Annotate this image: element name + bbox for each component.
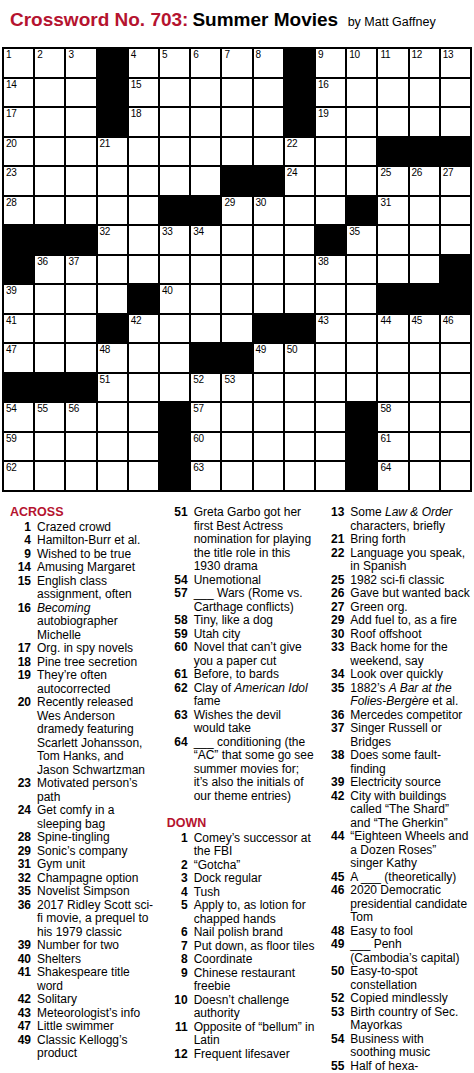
grid-cell-r13c14[interactable] [410, 403, 439, 431]
cell-number: 15 [131, 79, 142, 90]
grid-cell-r9c8[interactable] [222, 285, 251, 313]
grid-cell-r1c11[interactable]: 9 [316, 49, 345, 77]
clue-down-36: 36Mercedes competitor [323, 709, 472, 723]
grid-cell-r8c13[interactable] [378, 256, 407, 284]
clue-across-47: 47Little swimmer [10, 1020, 159, 1034]
grid-cell-r11c11[interactable] [316, 344, 345, 372]
grid-cell-r6c9[interactable]: 30 [254, 197, 283, 225]
grid-cell-r2c9[interactable] [254, 79, 283, 107]
grid-cell-r8c9[interactable] [254, 256, 283, 284]
clue-number: 9 [10, 548, 31, 562]
grid-cell-r8c5[interactable] [129, 256, 158, 284]
grid-cell-r9c7[interactable] [191, 285, 220, 313]
grid-cell-r2c1[interactable]: 14 [4, 79, 33, 107]
grid-cell-r4c11[interactable] [316, 138, 345, 166]
grid-cell-r2c5[interactable]: 15 [129, 79, 158, 107]
grid-cell-r10c7[interactable] [191, 315, 220, 343]
clue-number: 64 [167, 736, 188, 750]
grid-cell-r13c2[interactable]: 55 [35, 403, 64, 431]
grid-cell-r2c8[interactable] [222, 79, 251, 107]
grid-cell-r6c1[interactable]: 28 [4, 197, 33, 225]
grid-cell-r12c9[interactable] [254, 374, 283, 402]
clue-number: 42 [10, 993, 31, 1007]
clue-number: 24 [10, 804, 31, 818]
grid-cell-r14c10[interactable] [285, 433, 314, 461]
grid-cell-r15c10[interactable] [285, 462, 314, 490]
grid-cell-r1c5[interactable]: 4 [129, 49, 158, 77]
clue-across-40: 40Shelters [10, 953, 159, 967]
grid-cell-r5c15[interactable]: 27 [441, 167, 470, 195]
grid-cell-r3c3[interactable] [66, 108, 95, 136]
clue-down-3: 3Dock regular [167, 872, 316, 886]
grid-cell-r3c5[interactable]: 18 [129, 108, 158, 136]
grid-cell-r13c7[interactable]: 57 [191, 403, 220, 431]
grid-cell-r7c10[interactable] [285, 226, 314, 254]
grid-cell-r3c8[interactable] [222, 108, 251, 136]
clue-number: 12 [167, 1048, 188, 1062]
grid-cell-r6c2[interactable] [35, 197, 64, 225]
grid-cell-r13c11[interactable] [316, 403, 345, 431]
grid-cell-r6c8[interactable]: 29 [222, 197, 251, 225]
grid-cell-r9c6[interactable]: 40 [160, 285, 189, 313]
grid-cell-r13c4[interactable] [98, 403, 127, 431]
cell-number: 35 [349, 226, 360, 237]
grid-cell-r13c5[interactable] [129, 403, 158, 431]
grid-cell-r3c12[interactable] [347, 108, 376, 136]
clue-number: 33 [323, 641, 344, 655]
grid-cell-r5c2[interactable] [35, 167, 64, 195]
clue-number: 43 [10, 1007, 31, 1021]
grid-cell-r14c5[interactable] [129, 433, 158, 461]
grid-cell-r4c4[interactable]: 21 [98, 138, 127, 166]
grid-cell-r1c12[interactable]: 10 [347, 49, 376, 77]
grid-cell-r15c2[interactable] [35, 462, 64, 490]
clue-number: 15 [10, 575, 31, 589]
cell-number: 46 [443, 315, 454, 326]
grid-cell-r6c11[interactable] [316, 197, 345, 225]
clue-number: 47 [10, 1020, 31, 1034]
grid-cell-r11c4[interactable]: 48 [98, 344, 127, 372]
grid-cell-r7c5[interactable] [129, 226, 158, 254]
cell-number: 26 [412, 167, 423, 178]
grid-cell-r4c12[interactable] [347, 138, 376, 166]
clue-across-28: 28Spine-tingling [10, 831, 159, 845]
cell-number: 42 [131, 315, 142, 326]
grid-cell-r6c5[interactable] [129, 197, 158, 225]
grid-cell-r9c2[interactable] [35, 285, 64, 313]
grid-cell-r13c10[interactable] [285, 403, 314, 431]
grid-cell-r8c3[interactable]: 37 [66, 256, 95, 284]
grid-cell-r1c3[interactable]: 3 [66, 49, 95, 77]
grid-cell-r2c11[interactable]: 16 [316, 79, 345, 107]
black-cell-r13c6 [160, 403, 189, 431]
grid-cell-r15c9[interactable] [254, 462, 283, 490]
grid-cell-r11c13[interactable] [378, 344, 407, 372]
grid-cell-r10c1[interactable]: 41 [4, 315, 33, 343]
grid-cell-r14c11[interactable] [316, 433, 345, 461]
cell-number: 45 [412, 315, 423, 326]
grid-cell-r6c15[interactable] [441, 197, 470, 225]
clue-across-41: 41Shakespeare title word [10, 966, 159, 993]
clue-down-39: 39Electricity source [323, 776, 472, 790]
grid-cell-r15c3[interactable] [66, 462, 95, 490]
black-cell-r5c8 [222, 167, 251, 195]
black-cell-r4c14 [410, 138, 439, 166]
clue-number: 59 [167, 628, 188, 642]
grid-cell-r3c9[interactable] [254, 108, 283, 136]
black-cell-r10c10 [285, 315, 314, 343]
grid-cell-r9c4[interactable] [98, 285, 127, 313]
clue-down-38: 38Does some fault-finding [323, 749, 472, 776]
grid-cell-r10c15[interactable]: 46 [441, 315, 470, 343]
cell-number: 2 [37, 49, 42, 60]
grid-cell-r11c5[interactable] [129, 344, 158, 372]
cell-number: 19 [318, 108, 329, 119]
cell-number: 36 [37, 256, 48, 267]
clue-number: 22 [323, 547, 344, 561]
grid-cell-r5c3[interactable] [66, 167, 95, 195]
grid-cell-r1c15[interactable]: 13 [441, 49, 470, 77]
clue-number: 61 [167, 668, 188, 682]
clue-down-13: 13Some Law & Order characters, briefly [323, 506, 472, 533]
grid-cell-r7c9[interactable] [254, 226, 283, 254]
clue-across-1: 1Crazed crowd [10, 521, 159, 535]
clue-number: 31 [10, 858, 31, 872]
across-header: ACROSS [10, 506, 159, 520]
grid-cell-r10c11[interactable]: 43 [316, 315, 345, 343]
grid-cell-r3c1[interactable]: 17 [4, 108, 33, 136]
clue-across-29: 29Sonic’s company [10, 845, 159, 859]
grid-cell-r10c12[interactable] [347, 315, 376, 343]
clue-number: 29 [10, 845, 31, 859]
grid-cell-r8c8[interactable] [222, 256, 251, 284]
clue-number: 29 [323, 614, 344, 628]
clue-number: 17 [10, 642, 31, 656]
grid-cell-r11c1[interactable]: 47 [4, 344, 33, 372]
grid-cell-r14c7[interactable]: 60 [191, 433, 220, 461]
clue-number: 62 [167, 682, 188, 696]
grid-cell-r4c10[interactable]: 22 [285, 138, 314, 166]
grid-cell-r14c9[interactable] [254, 433, 283, 461]
grid-cell-r12c11[interactable] [316, 374, 345, 402]
clue-down-48: 48Easy to fool [323, 925, 472, 939]
cell-number: 16 [318, 79, 329, 90]
grid-cell-r5c14[interactable]: 26 [410, 167, 439, 195]
clue-number: 40 [10, 953, 31, 967]
grid-cell-r11c15[interactable] [441, 344, 470, 372]
grid-cell-r13c13[interactable]: 58 [378, 403, 407, 431]
grid-cell-r5c13[interactable]: 25 [378, 167, 407, 195]
clue-across-23: 23Motivated person’s path [10, 777, 159, 804]
grid-cell-r14c14[interactable] [410, 433, 439, 461]
black-cell-r6c7 [191, 197, 220, 225]
grid-cell-r1c7[interactable]: 6 [191, 49, 220, 77]
cell-number: 32 [100, 226, 111, 237]
grid-cell-r2c13[interactable] [378, 79, 407, 107]
grid-cell-r12c4[interactable]: 51 [98, 374, 127, 402]
clue-number: 10 [167, 994, 188, 1008]
grid-cell-r12c10[interactable] [285, 374, 314, 402]
grid-cell-r7c14[interactable] [410, 226, 439, 254]
clue-down-27: 27Green org. [323, 601, 472, 615]
grid-cell-r1c14[interactable]: 12 [410, 49, 439, 77]
grid-cell-r11c10[interactable]: 50 [285, 344, 314, 372]
grid-cell-r4c8[interactable] [222, 138, 251, 166]
clue-down-4: 4Tush [167, 886, 316, 900]
grid-cell-r11c14[interactable] [410, 344, 439, 372]
grid-cell-r15c11[interactable] [316, 462, 345, 490]
grid-cell-r7c13[interactable] [378, 226, 407, 254]
grid-cell-r12c14[interactable] [410, 374, 439, 402]
grid-cell-r1c1[interactable]: 1 [4, 49, 33, 77]
grid-cell-r2c12[interactable] [347, 79, 376, 107]
clue-across-20: 20Recently released Wes Anderson dramedy… [10, 696, 159, 777]
grid-cell-r3c6[interactable] [160, 108, 189, 136]
clue-number: 1 [167, 832, 188, 846]
grid-cell-r3c2[interactable] [35, 108, 64, 136]
black-cell-r7c2 [35, 226, 64, 254]
grid-cell-r15c1[interactable]: 62 [4, 462, 33, 490]
grid-cell-r14c4[interactable] [98, 433, 127, 461]
grid-cell-r10c3[interactable] [66, 315, 95, 343]
clue-number: 58 [167, 614, 188, 628]
grid-cell-r4c7[interactable] [191, 138, 220, 166]
grid-cell-r12c12[interactable] [347, 374, 376, 402]
clue-number: 41 [10, 966, 31, 980]
grid-cell-r11c12[interactable] [347, 344, 376, 372]
grid-cell-r7c7[interactable]: 34 [191, 226, 220, 254]
grid-cell-r5c12[interactable] [347, 167, 376, 195]
grid-cell-r6c13[interactable]: 31 [378, 197, 407, 225]
grid-cell-r15c4[interactable] [98, 462, 127, 490]
cell-number: 9 [318, 49, 323, 60]
grid-cell-r6c4[interactable] [98, 197, 127, 225]
clue-down-8: 8Coordinate [167, 953, 316, 967]
clue-down-52: 52Copied mindlessly [323, 992, 472, 1006]
grid-cell-r10c14[interactable]: 45 [410, 315, 439, 343]
clue-across-36: 362017 Ridley Scott sci-fi movie, a preq… [10, 899, 159, 940]
grid-cell-r1c8[interactable]: 7 [222, 49, 251, 77]
grid-cell-r9c10[interactable] [285, 285, 314, 313]
grid-cell-r8c6[interactable] [160, 256, 189, 284]
clue-number: 18 [10, 656, 31, 670]
cell-number: 58 [380, 403, 391, 414]
grid-cell-r12c6[interactable] [160, 374, 189, 402]
black-cell-r12c1 [4, 374, 33, 402]
grid-cell-r8c2[interactable]: 36 [35, 256, 64, 284]
grid-cell-r1c2[interactable]: 2 [35, 49, 64, 77]
grid-cell-r1c6[interactable]: 5 [160, 49, 189, 77]
cell-number: 43 [318, 315, 329, 326]
clue-across-24: 24Get comfy in a sleeping bag [10, 804, 159, 831]
black-cell-r8c15 [441, 256, 470, 284]
grid-cell-r9c3[interactable] [66, 285, 95, 313]
grid-cell-r2c3[interactable] [66, 79, 95, 107]
grid-cell-r3c7[interactable] [191, 108, 220, 136]
clue-number: 26 [323, 587, 344, 601]
cell-number: 27 [443, 167, 454, 178]
grid-cell-r2c6[interactable] [160, 79, 189, 107]
clue-number: 6 [167, 926, 188, 940]
grid-cell-r12c5[interactable] [129, 374, 158, 402]
grid-cell-r8c10[interactable] [285, 256, 314, 284]
grid-cell-r12c7[interactable]: 52 [191, 374, 220, 402]
grid-cell-r10c8[interactable] [222, 315, 251, 343]
clue-across-35: 35Novelist Simpson [10, 885, 159, 899]
cell-number: 10 [349, 49, 360, 60]
grid-cell-r8c14[interactable] [410, 256, 439, 284]
grid-cell-r11c6[interactable] [160, 344, 189, 372]
grid-cell-r7c12[interactable]: 35 [347, 226, 376, 254]
cell-number: 52 [193, 374, 204, 385]
grid-cell-r1c9[interactable]: 8 [254, 49, 283, 77]
grid-cell-r15c15[interactable] [441, 462, 470, 490]
clue-across-31: 31Gym unit [10, 858, 159, 872]
clue-down-2: 2“Gotcha” [167, 859, 316, 873]
grid-cell-r11c3[interactable] [66, 344, 95, 372]
black-cell-r2c4 [98, 79, 127, 107]
grid-cell-r5c4[interactable] [98, 167, 127, 195]
grid-cell-r4c9[interactable] [254, 138, 283, 166]
grid-cell-r11c9[interactable]: 49 [254, 344, 283, 372]
grid-cell-r3c15[interactable] [441, 108, 470, 136]
grid-cell-r4c1[interactable]: 20 [4, 138, 33, 166]
cell-number: 64 [380, 462, 391, 473]
clue-list: ACROSS1Crazed crowd4Hamilton-Burr et al.… [10, 506, 472, 1073]
grid-cell-r3c13[interactable] [378, 108, 407, 136]
grid-cell-r4c3[interactable] [66, 138, 95, 166]
grid-cell-r15c5[interactable] [129, 462, 158, 490]
grid-cell-r7c15[interactable] [441, 226, 470, 254]
black-cell-r15c12 [347, 462, 376, 490]
clue-number: 20 [10, 696, 31, 710]
grid-cell-r5c1[interactable]: 23 [4, 167, 33, 195]
clue-number: 57 [167, 587, 188, 601]
clue-number: 32 [10, 872, 31, 886]
grid-cell-r4c5[interactable] [129, 138, 158, 166]
grid-cell-r5c5[interactable] [129, 167, 158, 195]
black-cell-r9c5 [129, 285, 158, 313]
grid-cell-r3c11[interactable]: 19 [316, 108, 345, 136]
grid-cell-r6c10[interactable] [285, 197, 314, 225]
grid-cell-r14c1[interactable]: 59 [4, 433, 33, 461]
grid-cell-r9c12[interactable] [347, 285, 376, 313]
clue-down-45: 45A ___ (theoretically) [323, 871, 472, 885]
cell-number: 54 [6, 403, 17, 414]
grid-cell-r6c3[interactable] [66, 197, 95, 225]
grid-cell-r13c9[interactable] [254, 403, 283, 431]
clue-number: 21 [323, 533, 344, 547]
grid-cell-r14c15[interactable] [441, 433, 470, 461]
grid-cell-r15c14[interactable] [410, 462, 439, 490]
clue-number: 1 [10, 521, 31, 535]
clue-number: 19 [10, 669, 31, 683]
black-cell-r5c9 [254, 167, 283, 195]
clue-across-18: 18Pine tree secretion [10, 656, 159, 670]
grid-cell-r13c3[interactable]: 56 [66, 403, 95, 431]
grid-cell-r8c7[interactable] [191, 256, 220, 284]
grid-cell-r5c10[interactable]: 24 [285, 167, 314, 195]
grid-cell-r2c14[interactable] [410, 79, 439, 107]
clue-number: 38 [323, 749, 344, 763]
grid-cell-r2c7[interactable] [191, 79, 220, 107]
black-cell-r12c3 [66, 374, 95, 402]
grid-cell-r1c13[interactable]: 11 [378, 49, 407, 77]
clue-across-39: 39Number for two [10, 939, 159, 953]
grid-cell-r13c1[interactable]: 54 [4, 403, 33, 431]
grid-cell-r10c6[interactable] [160, 315, 189, 343]
grid-cell-r4c6[interactable] [160, 138, 189, 166]
clue-number: 44 [323, 830, 344, 844]
grid-cell-r14c13[interactable]: 61 [378, 433, 407, 461]
grid-cell-r6c14[interactable] [410, 197, 439, 225]
grid-cell-r13c8[interactable] [222, 403, 251, 431]
clue-number: 48 [323, 925, 344, 939]
grid-cell-r12c15[interactable] [441, 374, 470, 402]
black-cell-r6c12 [347, 197, 376, 225]
clue-down-9: 9Chinese restaurant freebie [167, 967, 316, 994]
cell-number: 51 [100, 374, 111, 385]
grid-cell-r9c9[interactable] [254, 285, 283, 313]
grid-cell-r5c11[interactable] [316, 167, 345, 195]
grid-cell-r2c15[interactable] [441, 79, 470, 107]
clue-number: 4 [10, 534, 31, 548]
grid-cell-r9c1[interactable]: 39 [4, 285, 33, 313]
grid-cell-r15c7[interactable]: 63 [191, 462, 220, 490]
cell-number: 41 [6, 315, 17, 326]
grid-cell-r9c11[interactable] [316, 285, 345, 313]
grid-cell-r13c15[interactable] [441, 403, 470, 431]
clue-number: 52 [323, 992, 344, 1006]
grid-cell-r8c11[interactable]: 38 [316, 256, 345, 284]
clue-across-49: 49Classic Kellogg’s product [10, 1034, 159, 1061]
cell-number: 5 [162, 49, 167, 60]
black-cell-r10c9 [254, 315, 283, 343]
grid-cell-r14c3[interactable] [66, 433, 95, 461]
grid-cell-r12c13[interactable] [378, 374, 407, 402]
grid-cell-r7c6[interactable]: 33 [160, 226, 189, 254]
grid-cell-r2c2[interactable] [35, 79, 64, 107]
grid-cell-r7c4[interactable]: 32 [98, 226, 127, 254]
grid-cell-r12c8[interactable]: 53 [222, 374, 251, 402]
cell-number: 60 [193, 433, 204, 444]
grid-cell-r4c2[interactable] [35, 138, 64, 166]
clue-number: 46 [323, 884, 344, 898]
grid-cell-r11c2[interactable] [35, 344, 64, 372]
cell-number: 8 [256, 49, 261, 60]
grid-cell-r14c2[interactable] [35, 433, 64, 461]
grid-cell-r10c5[interactable]: 42 [129, 315, 158, 343]
clue-number: 51 [167, 506, 188, 520]
grid-cell-r3c14[interactable] [410, 108, 439, 136]
grid-cell-r7c8[interactable] [222, 226, 251, 254]
clue-down-53: 53Birth country of Sec. Mayorkas [323, 1006, 472, 1033]
grid-cell-r8c12[interactable] [347, 256, 376, 284]
clue-number: 7 [167, 940, 188, 954]
grid-cell-r10c2[interactable] [35, 315, 64, 343]
clue-down-55: 55Half of hexa- [323, 1060, 472, 1073]
grid-cell-r8c4[interactable] [98, 256, 127, 284]
clue-across-57: 57___ Wars (Rome vs. Carthage conflicts) [167, 587, 316, 614]
grid-cell-r5c7[interactable] [191, 167, 220, 195]
grid-cell-r10c13[interactable]: 44 [378, 315, 407, 343]
cell-number: 63 [193, 462, 204, 473]
grid-cell-r5c6[interactable] [160, 167, 189, 195]
grid-cell-r14c8[interactable] [222, 433, 251, 461]
grid-cell-r15c13[interactable]: 64 [378, 462, 407, 490]
cell-number: 22 [287, 138, 298, 149]
grid-cell-r15c8[interactable] [222, 462, 251, 490]
